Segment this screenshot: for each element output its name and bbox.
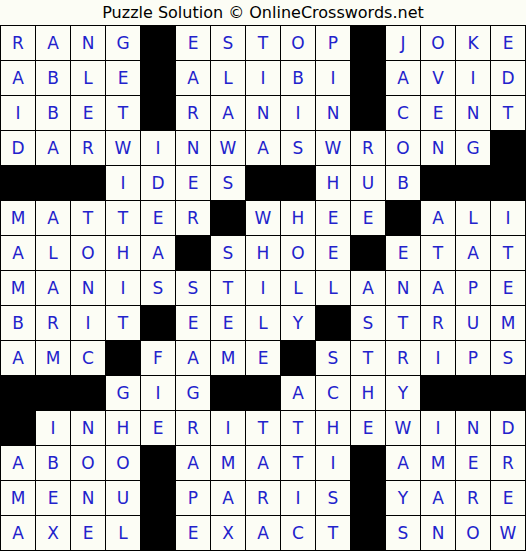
cell-letter: E (118, 70, 129, 87)
black-cell-r2c11 (351, 61, 385, 95)
cell-letter: T (118, 210, 128, 227)
cell-r4c11: R (351, 131, 385, 165)
cell-letter: S (188, 280, 199, 297)
cell-letter: R (432, 315, 444, 332)
cell-letter: A (187, 350, 199, 367)
cell-r6c11: E (351, 201, 385, 235)
black-cell-r11c2 (36, 376, 70, 410)
cell-letter: E (48, 490, 59, 507)
cell-r6c14: L (456, 201, 490, 235)
cell-letter: H (327, 175, 340, 192)
cell-letter: I (295, 105, 300, 122)
cell-letter: B (47, 70, 59, 87)
cell-letter: E (223, 315, 234, 332)
cell-letter: I (120, 175, 125, 192)
black-cell-r5c2 (36, 166, 70, 200)
black-cell-r14c5 (141, 481, 175, 515)
cell-letter: A (397, 455, 409, 472)
cell-letter: I (260, 280, 265, 297)
cell-r12c7: I (211, 411, 245, 445)
cell-r11c4: G (106, 376, 140, 410)
cell-r3c14: N (456, 96, 490, 130)
cell-letter: L (118, 525, 127, 542)
black-cell-r14c11 (351, 481, 385, 515)
cell-r8c8: I (246, 271, 280, 305)
cell-letter: M (431, 455, 446, 472)
cell-letter: Y (293, 315, 303, 332)
cell-r8c10: L (316, 271, 350, 305)
cell-r9c9: Y (281, 306, 315, 340)
cell-letter: W (115, 140, 132, 157)
cell-letter: T (363, 350, 373, 367)
cell-letter: A (397, 70, 409, 87)
cell-letter: N (82, 35, 95, 52)
cell-r14c1: M (1, 481, 35, 515)
cell-r15c8: A (246, 516, 280, 550)
cell-letter: U (362, 175, 374, 192)
cell-letter: L (83, 70, 92, 87)
cell-r10c10: S (316, 341, 350, 375)
cell-r15c15: W (491, 516, 525, 550)
cell-r3c8: N (246, 96, 280, 130)
cell-letter: R (362, 140, 374, 157)
cell-r3c7: A (211, 96, 245, 130)
cell-r1c13: O (421, 26, 455, 60)
black-cell-r5c1 (1, 166, 35, 200)
cell-letter: A (187, 70, 199, 87)
cell-letter: R (467, 490, 479, 507)
cell-r15c6: E (176, 516, 210, 550)
cell-r13c12: A (386, 446, 420, 480)
cell-letter: E (503, 280, 514, 297)
cell-r14c15: E (491, 481, 525, 515)
cell-r3c12: C (386, 96, 420, 130)
cell-r1c9: O (281, 26, 315, 60)
cell-r13c13: M (421, 446, 455, 480)
cell-letter: E (328, 245, 339, 262)
cell-letter: B (12, 315, 24, 332)
cell-r15c3: E (71, 516, 105, 550)
cell-r5c4: I (106, 166, 140, 200)
black-cell-r11c8 (246, 376, 280, 410)
cell-letter: E (258, 350, 269, 367)
cell-letter: T (293, 420, 303, 437)
cell-letter: A (47, 140, 59, 157)
black-cell-r10c4 (106, 341, 140, 375)
cell-r1c6: E (176, 26, 210, 60)
cell-r1c1: R (1, 26, 35, 60)
cell-letter: N (327, 105, 340, 122)
black-cell-r5c3 (71, 166, 105, 200)
cell-r10c3: C (71, 341, 105, 375)
cell-r2c2: B (36, 61, 70, 95)
cell-r9c13: R (421, 306, 455, 340)
black-cell-r11c15 (491, 376, 525, 410)
cell-r6c1: M (1, 201, 35, 235)
cell-letter: O (291, 245, 304, 262)
black-cell-r4c15 (491, 131, 525, 165)
cell-r9c1: B (1, 306, 35, 340)
cell-r9c4: T (106, 306, 140, 340)
cell-letter: L (328, 280, 337, 297)
cell-r11c6: G (176, 376, 210, 410)
cell-letter: R (187, 105, 199, 122)
cell-letter: S (328, 350, 339, 367)
cell-letter: M (46, 350, 61, 367)
cell-letter: D (501, 70, 514, 87)
cell-letter: I (15, 105, 20, 122)
cell-r8c14: P (456, 271, 490, 305)
cell-r6c8: W (246, 201, 280, 235)
cell-r12c5: E (141, 411, 175, 445)
cell-r2c8: I (246, 61, 280, 95)
cell-r7c2: L (36, 236, 70, 270)
cell-letter: E (188, 35, 199, 52)
cell-r11c11: H (351, 376, 385, 410)
cell-letter: R (257, 490, 269, 507)
cell-letter: T (293, 455, 303, 472)
cell-r14c6: P (176, 481, 210, 515)
cell-letter: K (467, 35, 478, 52)
cell-letter: A (222, 490, 234, 507)
cell-r8c11: A (351, 271, 385, 305)
cell-r9c14: U (456, 306, 490, 340)
cell-r8c1: M (1, 271, 35, 305)
cell-r13c10: I (316, 446, 350, 480)
cell-r9c6: E (176, 306, 210, 340)
cell-letter: S (223, 175, 234, 192)
cell-letter: H (362, 385, 375, 402)
cell-letter: E (468, 455, 479, 472)
cell-r5c11: U (351, 166, 385, 200)
cell-letter: I (470, 70, 475, 87)
cell-r12c9: T (281, 411, 315, 445)
cell-r2c12: A (386, 61, 420, 95)
cell-letter: O (396, 140, 409, 157)
cell-letter: I (50, 420, 55, 437)
cell-letter: A (432, 280, 444, 297)
cell-letter: R (12, 35, 24, 52)
cell-letter: L (468, 210, 477, 227)
cell-letter: I (505, 210, 510, 227)
cell-letter: E (503, 490, 514, 507)
cell-letter: E (398, 245, 409, 262)
cell-r7c14: A (456, 236, 490, 270)
black-cell-r9c10 (316, 306, 350, 340)
cell-letter: S (153, 280, 164, 297)
cell-r12c13: I (421, 411, 455, 445)
cell-r8c3: N (71, 271, 105, 305)
title-bar: Puzzle Solution © OnlineCrosswords.net (0, 0, 526, 25)
cell-r9c12: T (386, 306, 420, 340)
cell-r4c6: N (176, 131, 210, 165)
cell-letter: E (328, 210, 339, 227)
cell-letter: R (82, 140, 94, 157)
cell-r2c3: L (71, 61, 105, 95)
cell-r14c4: U (106, 481, 140, 515)
cell-r3c13: E (421, 96, 455, 130)
cell-r4c9: S (281, 131, 315, 165)
cell-letter: D (151, 175, 164, 192)
black-cell-r9c5 (141, 306, 175, 340)
cell-letter: T (328, 525, 338, 542)
cell-r8c9: L (281, 271, 315, 305)
cell-letter: Y (398, 490, 408, 507)
cell-letter: X (47, 525, 59, 542)
black-cell-r6c12 (386, 201, 420, 235)
cell-letter: M (11, 210, 26, 227)
cell-letter: O (466, 525, 479, 542)
cell-letter: M (11, 490, 26, 507)
cell-r5c10: H (316, 166, 350, 200)
cell-r4c10: W (316, 131, 350, 165)
cell-letter: A (187, 455, 199, 472)
black-cell-r11c1 (1, 376, 35, 410)
cell-r10c11: T (351, 341, 385, 375)
cell-letter: S (223, 245, 234, 262)
cell-r10c7: M (211, 341, 245, 375)
black-cell-r15c11 (351, 516, 385, 550)
cell-letter: N (257, 105, 270, 122)
cell-letter: E (188, 525, 199, 542)
cell-letter: O (81, 245, 94, 262)
cell-r10c14: P (456, 341, 490, 375)
page-title: Puzzle Solution © OnlineCrosswords.net (102, 3, 424, 22)
cell-r7c12: E (386, 236, 420, 270)
cell-r2c4: E (106, 61, 140, 95)
cell-letter: T (83, 210, 93, 227)
cell-r12c2: I (36, 411, 70, 445)
black-cell-r15c5 (141, 516, 175, 550)
cell-letter: T (258, 420, 268, 437)
cell-r13c2: B (36, 446, 70, 480)
cell-r1c15: E (491, 26, 525, 60)
cell-letter: W (220, 140, 237, 157)
cell-letter: P (328, 35, 338, 52)
cell-r10c13: I (421, 341, 455, 375)
cell-r13c1: A (1, 446, 35, 480)
black-cell-r7c6 (176, 236, 210, 270)
cell-r13c8: A (246, 446, 280, 480)
cell-letter: A (257, 455, 269, 472)
cell-r12c15: D (491, 411, 525, 445)
cell-letter: O (116, 455, 129, 472)
cell-r11c12: Y (386, 376, 420, 410)
cell-letter: H (117, 420, 130, 437)
cell-letter: A (47, 35, 59, 52)
cell-r10c8: E (246, 341, 280, 375)
cell-letter: I (295, 490, 300, 507)
cell-letter: T (398, 315, 408, 332)
cell-letter: D (501, 420, 514, 437)
cell-letter: M (11, 280, 26, 297)
cell-letter: I (225, 420, 230, 437)
black-cell-r10c9 (281, 341, 315, 375)
cell-letter: T (503, 105, 513, 122)
cell-letter: U (117, 490, 129, 507)
cell-r4c4: W (106, 131, 140, 165)
black-cell-r5c9 (281, 166, 315, 200)
cell-letter: V (432, 70, 444, 87)
cell-r12c11: E (351, 411, 385, 445)
cell-r10c6: A (176, 341, 210, 375)
cell-letter: P (188, 490, 198, 507)
cell-r1c8: T (246, 26, 280, 60)
cell-letter: T (118, 315, 128, 332)
cell-r8c13: A (421, 271, 455, 305)
cell-letter: N (82, 280, 95, 297)
cell-r15c7: X (211, 516, 245, 550)
cell-r15c14: O (456, 516, 490, 550)
cell-letter: S (398, 525, 409, 542)
cell-r3c9: I (281, 96, 315, 130)
cell-letter: C (397, 105, 409, 122)
cell-letter: F (153, 350, 163, 367)
cell-r10c15: S (491, 341, 525, 375)
cell-r12c3: N (71, 411, 105, 445)
cell-letter: L (293, 280, 302, 297)
cell-r1c7: S (211, 26, 245, 60)
cell-letter: N (187, 140, 200, 157)
cell-r2c14: I (456, 61, 490, 95)
cell-r6c10: E (316, 201, 350, 235)
cell-letter: N (432, 140, 445, 157)
cell-letter: A (432, 490, 444, 507)
cell-letter: I (155, 385, 160, 402)
cell-r13c3: O (71, 446, 105, 480)
cell-r7c3: O (71, 236, 105, 270)
cell-r1c2: A (36, 26, 70, 60)
cell-r14c10: S (316, 481, 350, 515)
cell-letter: A (12, 70, 24, 87)
cell-r8c4: I (106, 271, 140, 305)
cell-letter: T (433, 245, 443, 262)
cell-r14c7: A (211, 481, 245, 515)
cell-r8c12: N (386, 271, 420, 305)
cell-r2c15: D (491, 61, 525, 95)
cell-r9c8: L (246, 306, 280, 340)
cell-letter: T (118, 105, 128, 122)
cell-letter: I (435, 420, 440, 437)
cell-letter: T (258, 35, 268, 52)
cell-letter: I (260, 70, 265, 87)
cell-r1c14: K (456, 26, 490, 60)
cell-letter: E (433, 105, 444, 122)
cell-letter: W (325, 140, 342, 157)
black-cell-r5c15 (491, 166, 525, 200)
cell-r8c2: A (36, 271, 70, 305)
cell-letter: M (501, 315, 516, 332)
cell-r8c6: S (176, 271, 210, 305)
cell-r4c13: N (421, 131, 455, 165)
cell-r7c5: A (141, 236, 175, 270)
black-cell-r13c11 (351, 446, 385, 480)
cell-letter: H (327, 420, 340, 437)
cell-r3c4: T (106, 96, 140, 130)
cell-letter: L (258, 315, 267, 332)
black-cell-r5c14 (456, 166, 490, 200)
cell-r12c4: H (106, 411, 140, 445)
black-cell-r3c5 (141, 96, 175, 130)
cell-r14c12: Y (386, 481, 420, 515)
cell-letter: E (83, 105, 94, 122)
cell-r7c13: T (421, 236, 455, 270)
cell-letter: C (292, 525, 304, 542)
cell-letter: I (155, 140, 160, 157)
cell-r2c6: A (176, 61, 210, 95)
cell-r8c7: T (211, 271, 245, 305)
cell-r6c3: T (71, 201, 105, 235)
cell-letter: A (12, 245, 24, 262)
cell-r10c5: F (141, 341, 175, 375)
cell-letter: A (12, 455, 24, 472)
cell-r3c3: E (71, 96, 105, 130)
cell-r5c7: S (211, 166, 245, 200)
black-cell-r11c14 (456, 376, 490, 410)
cell-r13c7: M (211, 446, 245, 480)
cell-r7c15: T (491, 236, 525, 270)
cell-letter: W (395, 420, 412, 437)
cell-r3c15: T (491, 96, 525, 130)
cell-r4c1: D (1, 131, 35, 165)
cell-r11c10: C (316, 376, 350, 410)
cell-letter: A (362, 280, 374, 297)
cell-r12c12: W (386, 411, 420, 445)
cell-letter: G (466, 140, 479, 157)
cell-letter: G (186, 385, 199, 402)
cell-letter: M (221, 350, 236, 367)
cell-letter: E (188, 315, 199, 332)
cell-letter: N (432, 525, 445, 542)
cell-r7c8: H (246, 236, 280, 270)
cell-r9c11: S (351, 306, 385, 340)
cell-letter: N (82, 420, 95, 437)
cell-letter: A (467, 245, 479, 262)
cell-r7c7: S (211, 236, 245, 270)
cell-r13c4: O (106, 446, 140, 480)
cell-letter: S (223, 35, 234, 52)
black-cell-r11c3 (71, 376, 105, 410)
cell-r2c7: L (211, 61, 245, 95)
cell-r7c9: O (281, 236, 315, 270)
crossword-grid: RANGESTOPJOKEABLEALIBIAVIDIBETRANINCENTD… (0, 25, 526, 551)
cell-letter: A (152, 245, 164, 262)
cell-r14c2: E (36, 481, 70, 515)
cell-letter: E (153, 210, 164, 227)
cell-r3c10: N (316, 96, 350, 130)
cell-letter: E (363, 210, 374, 227)
cell-r15c13: N (421, 516, 455, 550)
black-cell-r13c5 (141, 446, 175, 480)
cell-letter: I (435, 350, 440, 367)
cell-letter: J (400, 35, 405, 52)
cell-r4c14: G (456, 131, 490, 165)
black-cell-r7c11 (351, 236, 385, 270)
cell-r6c2: A (36, 201, 70, 235)
cell-letter: D (11, 140, 24, 157)
cell-letter: B (292, 70, 304, 87)
cell-r7c10: E (316, 236, 350, 270)
cell-letter: O (81, 455, 94, 472)
cell-r15c1: A (1, 516, 35, 550)
cell-letter: G (116, 385, 129, 402)
cell-r13c9: T (281, 446, 315, 480)
cell-letter: E (363, 420, 374, 437)
cell-letter: E (153, 420, 164, 437)
cell-r9c3: I (71, 306, 105, 340)
cell-r14c8: R (246, 481, 280, 515)
cell-letter: A (47, 210, 59, 227)
